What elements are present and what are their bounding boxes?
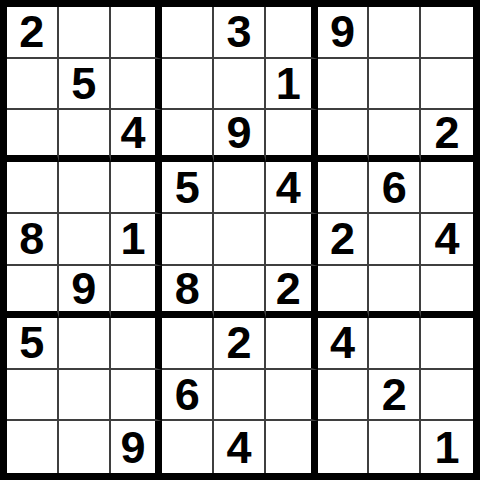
cell-r7c4[interactable] (162, 318, 214, 370)
cell-r8c8: 2 (369, 370, 421, 422)
cell-r8c9[interactable] (421, 370, 473, 422)
cell-r9c8[interactable] (369, 421, 421, 473)
cell-r5c5[interactable] (214, 214, 266, 266)
cell-r4c1[interactable] (7, 162, 59, 214)
cell-r2c3[interactable] (111, 59, 163, 111)
cell-r6c4: 8 (162, 266, 214, 318)
cell-r2c2: 5 (59, 59, 111, 111)
cell-r9c2[interactable] (59, 421, 111, 473)
cell-r2c8[interactable] (369, 59, 421, 111)
cell-r1c3[interactable] (111, 7, 163, 59)
cell-r5c8[interactable] (369, 214, 421, 266)
cell-r6c1[interactable] (7, 266, 59, 318)
cell-r7c5: 2 (214, 318, 266, 370)
cell-r4c9[interactable] (421, 162, 473, 214)
cell-r3c3: 4 (111, 110, 163, 162)
cell-r1c9[interactable] (421, 7, 473, 59)
cell-r5c3: 1 (111, 214, 163, 266)
cell-r9c7[interactable] (318, 421, 370, 473)
cell-r3c2[interactable] (59, 110, 111, 162)
cell-r2c7[interactable] (318, 59, 370, 111)
cell-r1c8[interactable] (369, 7, 421, 59)
cell-r1c7: 9 (318, 7, 370, 59)
cell-r4c6: 4 (266, 162, 318, 214)
cell-r1c1: 2 (7, 7, 59, 59)
cell-r3c6[interactable] (266, 110, 318, 162)
cell-r8c7[interactable] (318, 370, 370, 422)
cell-r2c1[interactable] (7, 59, 59, 111)
cell-r9c5: 4 (214, 421, 266, 473)
cell-r7c8[interactable] (369, 318, 421, 370)
cell-r3c7[interactable] (318, 110, 370, 162)
cell-r4c5[interactable] (214, 162, 266, 214)
cell-r8c5[interactable] (214, 370, 266, 422)
cell-r3c8[interactable] (369, 110, 421, 162)
cell-r6c6: 2 (266, 266, 318, 318)
cell-r8c4: 6 (162, 370, 214, 422)
cell-r7c2[interactable] (59, 318, 111, 370)
cell-r1c6[interactable] (266, 7, 318, 59)
cell-r8c2[interactable] (59, 370, 111, 422)
cell-r1c5: 3 (214, 7, 266, 59)
cell-r5c1: 8 (7, 214, 59, 266)
cell-r8c3[interactable] (111, 370, 163, 422)
cell-r3c9: 2 (421, 110, 473, 162)
sudoku-board: 23951492546812498252462941 (0, 0, 480, 480)
cell-r2c5[interactable] (214, 59, 266, 111)
cell-r3c4[interactable] (162, 110, 214, 162)
cell-r9c6[interactable] (266, 421, 318, 473)
cell-r1c2[interactable] (59, 7, 111, 59)
cell-r7c3[interactable] (111, 318, 163, 370)
cell-r2c6: 1 (266, 59, 318, 111)
cell-r6c7[interactable] (318, 266, 370, 318)
cell-r2c9[interactable] (421, 59, 473, 111)
cell-r8c6[interactable] (266, 370, 318, 422)
cell-r5c4[interactable] (162, 214, 214, 266)
cell-r9c3: 9 (111, 421, 163, 473)
cell-r6c8[interactable] (369, 266, 421, 318)
cell-r5c2[interactable] (59, 214, 111, 266)
cell-r7c1: 5 (7, 318, 59, 370)
cell-r7c6[interactable] (266, 318, 318, 370)
cell-r4c3[interactable] (111, 162, 163, 214)
cell-r3c1[interactable] (7, 110, 59, 162)
cell-r4c8: 6 (369, 162, 421, 214)
cell-r3c5: 9 (214, 110, 266, 162)
cell-r4c4: 5 (162, 162, 214, 214)
cell-r5c7: 2 (318, 214, 370, 266)
cell-r6c2: 9 (59, 266, 111, 318)
cell-r7c7: 4 (318, 318, 370, 370)
cell-r6c9[interactable] (421, 266, 473, 318)
cell-r6c3[interactable] (111, 266, 163, 318)
cell-r4c2[interactable] (59, 162, 111, 214)
cell-r2c4[interactable] (162, 59, 214, 111)
cell-r7c9[interactable] (421, 318, 473, 370)
cell-r8c1[interactable] (7, 370, 59, 422)
cell-r6c5[interactable] (214, 266, 266, 318)
cell-r5c6[interactable] (266, 214, 318, 266)
cell-r5c9: 4 (421, 214, 473, 266)
cell-r1c4[interactable] (162, 7, 214, 59)
cell-r9c4[interactable] (162, 421, 214, 473)
cell-r4c7[interactable] (318, 162, 370, 214)
cell-r9c9: 1 (421, 421, 473, 473)
cell-r9c1[interactable] (7, 421, 59, 473)
